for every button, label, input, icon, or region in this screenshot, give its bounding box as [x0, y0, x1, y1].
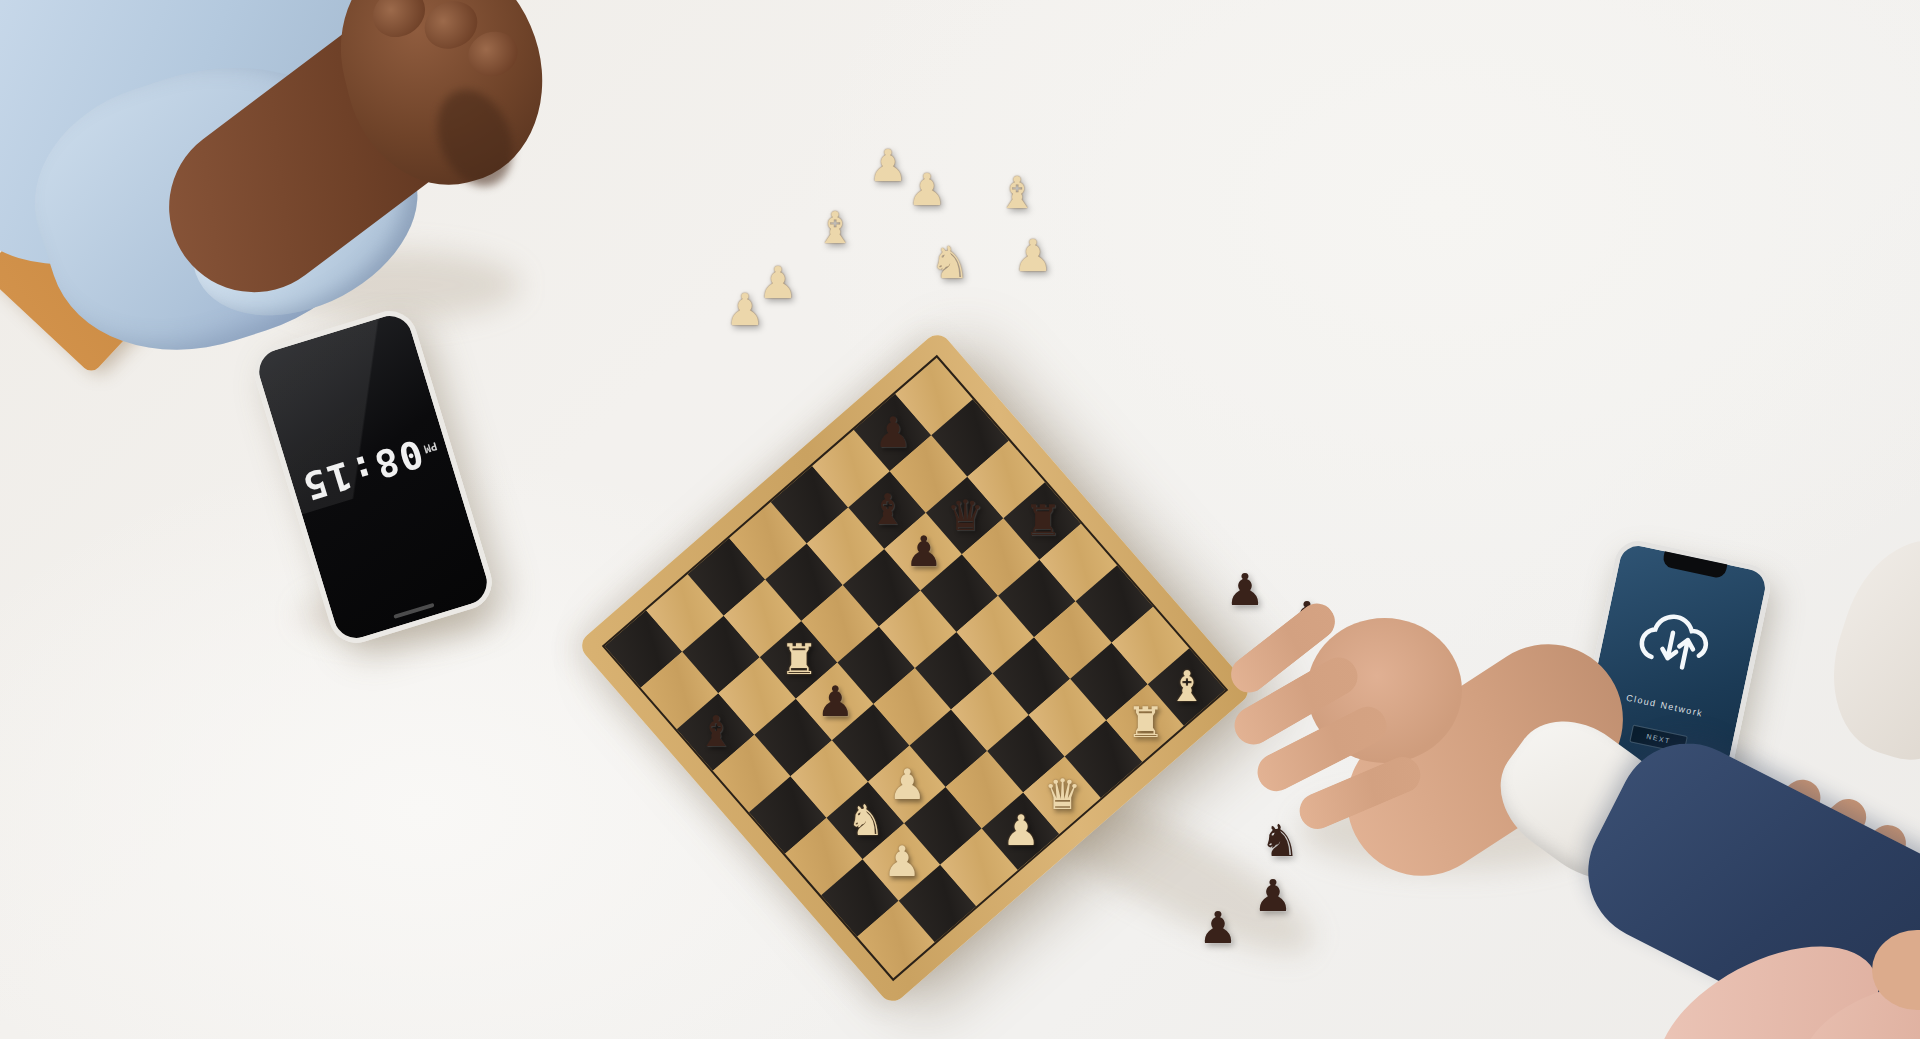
captured-black-knight[interactable]: ♞: [1252, 813, 1308, 869]
captured-white-bishop[interactable]: ♝: [989, 165, 1045, 221]
left-phone[interactable]: PM08:15: [247, 304, 498, 650]
right-player-shirt: [1810, 521, 1920, 780]
cloud-sync-icon: [1625, 596, 1730, 693]
black-knight-glyph: ♞: [1260, 819, 1299, 863]
black-queen-glyph: ♛: [946, 495, 984, 537]
black-pawn-glyph: ♟: [1253, 874, 1292, 918]
white-knight-glyph: ♞: [930, 241, 969, 285]
captured-white-bishop[interactable]: ♝: [807, 200, 863, 256]
white-rook-glyph: ♜: [1126, 702, 1164, 744]
white-bishop-glyph: ♝: [815, 206, 854, 250]
phone-notch: [1662, 551, 1728, 579]
black-bishop-glyph: ♝: [868, 489, 906, 531]
black-pawn-glyph: ♟: [904, 531, 942, 573]
white-queen-glyph: ♛: [1043, 774, 1081, 816]
clock-meridiem: PM: [422, 439, 438, 455]
black-pawn-glyph: ♟: [874, 412, 912, 454]
white-pawn-glyph: ♟: [907, 168, 946, 212]
home-indicator: [393, 603, 434, 619]
captured-white-pawn[interactable]: ♟: [717, 282, 773, 338]
white-knight-glyph: ♞: [847, 799, 885, 841]
captured-white-pawn[interactable]: ♟: [1005, 228, 1061, 284]
captured-black-pawn[interactable]: ♟: [1190, 900, 1246, 956]
white-bishop-glyph: ♝: [1168, 666, 1206, 708]
black-pawn-glyph: ♟: [816, 680, 854, 722]
captured-white-pawn[interactable]: ♟: [899, 162, 955, 218]
black-rook-glyph: ♜: [1023, 500, 1061, 542]
white-rook-glyph: ♜: [780, 639, 818, 681]
captured-black-pawn[interactable]: ♟: [1217, 562, 1273, 618]
white-pawn-glyph: ♟: [1013, 234, 1052, 278]
white-pawn-glyph: ♟: [725, 288, 764, 332]
captured-white-knight[interactable]: ♞: [922, 235, 978, 291]
white-pawn-glyph: ♟: [1002, 810, 1040, 852]
captured-black-pawn[interactable]: ♟: [1245, 868, 1301, 924]
white-pawn-glyph: ♟: [883, 841, 921, 883]
white-pawn-glyph: ♟: [888, 763, 926, 805]
black-bishop-glyph: ♝: [697, 711, 735, 753]
black-pawn-glyph: ♟: [1225, 568, 1264, 612]
scene: ♟♝♝♜♟♛♟♜♞♟♟♟♛♜♝ ♟♟♝♝♟♞♟♟♟♟♞♟♟ PM08:15 Cl…: [0, 0, 1920, 1039]
black-pawn-glyph: ♟: [1198, 906, 1237, 950]
white-bishop-glyph: ♝: [997, 171, 1036, 215]
